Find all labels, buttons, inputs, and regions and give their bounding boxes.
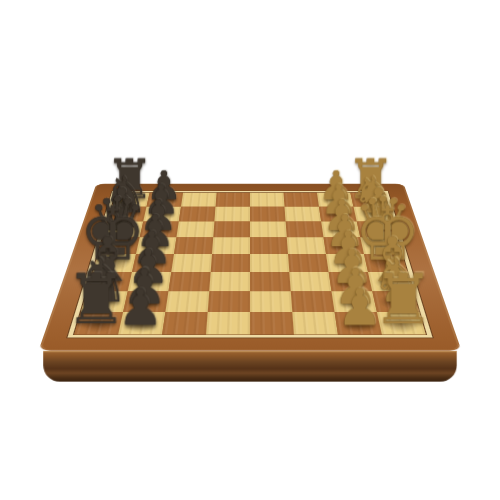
square-h7[interactable]: ♟ (118, 312, 165, 334)
square-a3[interactable] (283, 193, 319, 207)
square-c3[interactable] (286, 221, 324, 237)
square-f4[interactable] (250, 272, 291, 291)
square-c4[interactable] (250, 221, 287, 237)
black-pawn[interactable]: ♟ (118, 282, 164, 333)
square-b6[interactable] (179, 207, 216, 222)
square-h8[interactable]: ♜ (74, 312, 123, 334)
square-h6[interactable] (162, 312, 208, 334)
square-g3[interactable] (291, 291, 335, 312)
square-f5[interactable] (209, 272, 250, 291)
board-front-edge (43, 351, 457, 382)
square-h3[interactable] (292, 312, 338, 334)
square-a4[interactable] (250, 193, 284, 207)
square-h4[interactable] (250, 312, 294, 334)
square-d4[interactable] (250, 237, 288, 254)
square-a6[interactable] (181, 193, 217, 207)
square-b4[interactable] (250, 207, 286, 222)
square-d6[interactable] (174, 237, 213, 254)
square-e6[interactable] (171, 254, 212, 272)
square-b5[interactable] (214, 207, 250, 222)
square-g6[interactable] (165, 291, 209, 312)
white-rook[interactable]: ♜ (372, 264, 434, 333)
chessboard-stage: ♜♟♟♜♞♟♟♞♝♟♟♝♛♟♟♛♚♟♟♚♝♟♟♝♞♟♟♞♜♟♟♜ (0, 0, 500, 500)
square-d5[interactable] (212, 237, 250, 254)
square-g5[interactable] (208, 291, 250, 312)
square-g4[interactable] (250, 291, 292, 312)
square-e4[interactable] (250, 254, 289, 272)
square-f6[interactable] (168, 272, 210, 291)
board-frame: ♜♟♟♜♞♟♟♞♝♟♟♝♛♟♟♛♚♟♟♚♝♟♟♝♞♟♟♞♜♟♟♜ (38, 184, 461, 351)
chess-set-photo: ♜♟♟♜♞♟♟♞♝♟♟♝♛♟♟♛♚♟♟♚♝♟♟♝♞♟♟♞♜♟♟♜ (0, 0, 500, 500)
square-c5[interactable] (213, 221, 250, 237)
square-d3[interactable] (287, 237, 326, 254)
square-e5[interactable] (211, 254, 250, 272)
square-h1[interactable]: ♜ (377, 312, 426, 334)
square-b3[interactable] (284, 207, 321, 222)
board-grid: ♜♟♟♜♞♟♟♞♝♟♟♝♛♟♟♛♚♟♟♚♝♟♟♝♞♟♟♞♜♟♟♜ (74, 193, 426, 335)
square-c6[interactable] (176, 221, 214, 237)
chessboard: ♜♟♟♜♞♟♟♞♝♟♟♝♛♟♟♛♚♟♟♚♝♟♟♝♞♟♟♞♜♟♟♜ (38, 184, 461, 351)
square-a5[interactable] (216, 193, 250, 207)
square-e3[interactable] (288, 254, 329, 272)
square-f3[interactable] (289, 272, 331, 291)
square-h5[interactable] (206, 312, 250, 334)
